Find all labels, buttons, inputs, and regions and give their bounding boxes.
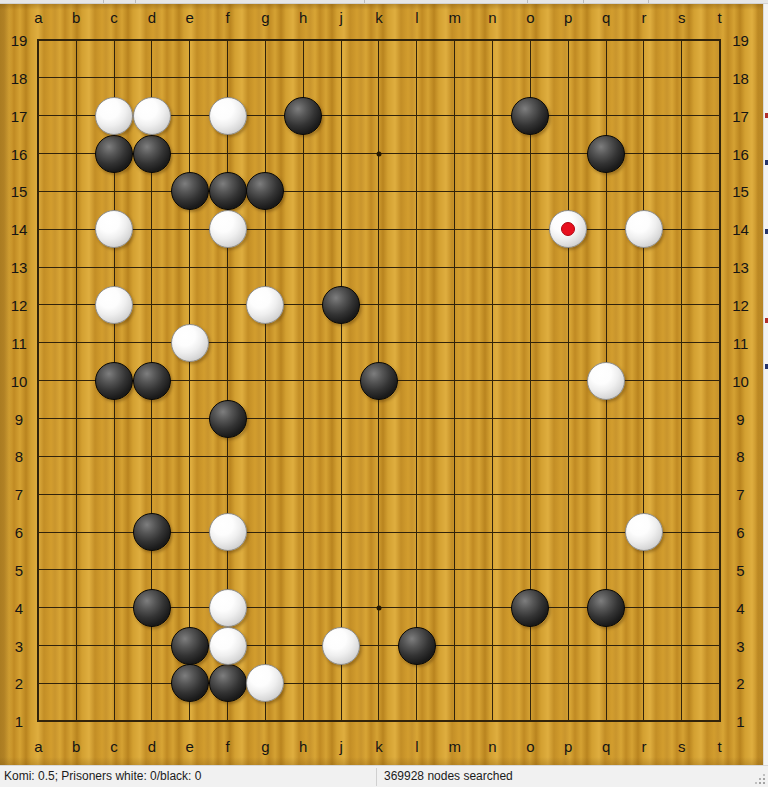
resize-grip[interactable] (755, 774, 765, 784)
column-label-bottom: a (34, 738, 42, 753)
grid-line-horizontal (37, 645, 720, 646)
row-label-right: 15 (732, 184, 749, 199)
grid-line-vertical (492, 39, 493, 722)
black-stone[interactable] (398, 627, 436, 665)
toolbar-edge-tick (527, 0, 528, 3)
black-stone[interactable] (360, 362, 398, 400)
row-label-right: 18 (732, 70, 749, 85)
star-point (376, 151, 381, 156)
row-label-right: 9 (736, 411, 744, 426)
white-stone[interactable] (209, 97, 247, 135)
column-label-top: j (339, 10, 342, 25)
row-label-right: 7 (736, 487, 744, 502)
row-label-right: 4 (736, 600, 744, 615)
column-label-bottom: d (148, 738, 156, 753)
black-stone[interactable] (133, 135, 171, 173)
row-label-right: 12 (732, 297, 749, 312)
grid-line-vertical (454, 39, 455, 722)
column-label-bottom: e (186, 738, 194, 753)
status-nodes-searched: 369928 nodes searched (384, 766, 513, 787)
star-point (376, 605, 381, 610)
row-label-right: 14 (732, 222, 749, 237)
white-stone[interactable] (209, 210, 247, 248)
white-stone[interactable] (209, 589, 247, 627)
black-stone[interactable] (133, 589, 171, 627)
white-stone[interactable] (246, 664, 284, 702)
column-label-bottom: c (110, 738, 118, 753)
column-label-bottom: b (72, 738, 80, 753)
row-label-right: 6 (736, 525, 744, 540)
row-label-left: 16 (11, 146, 28, 161)
row-label-left: 15 (11, 184, 28, 199)
row-label-left: 3 (15, 638, 23, 653)
row-label-right: 13 (732, 260, 749, 275)
column-label-bottom: t (718, 738, 722, 753)
row-label-left: 8 (15, 449, 23, 464)
column-label-top: a (34, 10, 42, 25)
column-label-top: h (299, 10, 307, 25)
row-label-left: 5 (15, 562, 23, 577)
column-label-top: n (488, 10, 496, 25)
toolbar-edge-tick (648, 0, 649, 3)
column-label-top: c (110, 10, 118, 25)
column-label-top: f (225, 10, 229, 25)
grid-line-horizontal (37, 683, 720, 684)
column-label-bottom: s (678, 738, 686, 753)
white-stone[interactable] (625, 210, 663, 248)
column-label-bottom: q (602, 738, 610, 753)
white-stone[interactable] (209, 513, 247, 551)
column-label-bottom: o (526, 738, 534, 753)
column-label-top: p (564, 10, 572, 25)
row-label-left: 7 (15, 487, 23, 502)
column-label-bottom: m (448, 738, 461, 753)
row-label-right: 1 (736, 714, 744, 729)
grid-line-horizontal (37, 418, 720, 419)
toolbar-bottom-edge (0, 0, 768, 4)
white-stone[interactable] (625, 513, 663, 551)
row-label-left: 19 (11, 33, 28, 48)
black-stone[interactable] (322, 286, 360, 324)
grid-line-horizontal (37, 720, 720, 722)
status-panel-separator (376, 768, 377, 786)
white-stone[interactable] (209, 627, 247, 665)
status-komi-prisoners: Komi: 0.5; Prisoners white: 0/black: 0 (4, 766, 201, 787)
row-label-left: 10 (11, 373, 28, 388)
toolbar-edge-tick (583, 0, 584, 3)
toolbar-edge-tick (135, 0, 136, 3)
column-label-bottom: n (488, 738, 496, 753)
last-move-marker (561, 222, 575, 236)
row-label-right: 17 (732, 108, 749, 123)
toolbar-edge-tick (103, 0, 104, 3)
grid-line-horizontal (37, 569, 720, 570)
column-label-top: l (415, 10, 418, 25)
background-window-sliver (763, 0, 768, 765)
row-label-left: 14 (11, 222, 28, 237)
black-stone[interactable] (209, 172, 247, 210)
black-stone[interactable] (95, 135, 133, 173)
column-label-top: g (261, 10, 269, 25)
black-stone[interactable] (209, 664, 247, 702)
white-stone[interactable] (133, 97, 171, 135)
row-label-left: 11 (11, 335, 27, 350)
grid-line-vertical (568, 39, 569, 722)
row-label-left: 2 (15, 676, 23, 691)
row-label-right: 3 (736, 638, 744, 653)
column-label-top: r (641, 10, 646, 25)
column-label-top: s (678, 10, 686, 25)
row-label-left: 12 (11, 297, 28, 312)
column-label-bottom: p (564, 738, 572, 753)
grid-line-horizontal (37, 494, 720, 495)
row-label-left: 13 (11, 260, 28, 275)
white-stone[interactable] (95, 210, 133, 248)
column-label-top: k (375, 10, 383, 25)
row-label-left: 9 (15, 411, 23, 426)
row-label-left: 1 (15, 714, 23, 729)
status-bar: Komi: 0.5; Prisoners white: 0/black: 0 3… (0, 765, 768, 787)
white-stone[interactable] (171, 324, 209, 362)
black-stone[interactable] (171, 627, 209, 665)
column-label-bottom: r (641, 738, 646, 753)
column-label-bottom: j (339, 738, 342, 753)
grid-line-horizontal (37, 456, 720, 457)
row-label-right: 10 (732, 373, 749, 388)
row-label-right: 16 (732, 146, 749, 161)
black-stone[interactable] (587, 135, 625, 173)
column-label-bottom: h (299, 738, 307, 753)
row-label-left: 6 (15, 525, 23, 540)
column-label-top: o (526, 10, 534, 25)
row-label-left: 18 (11, 70, 28, 85)
white-stone[interactable] (587, 362, 625, 400)
column-label-top: b (72, 10, 80, 25)
row-label-right: 5 (736, 562, 744, 577)
grid-line-vertical (643, 39, 644, 722)
black-stone[interactable] (133, 513, 171, 551)
column-label-top: m (448, 10, 461, 25)
black-stone[interactable] (511, 97, 549, 135)
column-label-top: t (718, 10, 722, 25)
white-stone[interactable] (322, 627, 360, 665)
go-application-window: aabbccddeeffgghhjjkkllmmnnooppqqrrsstt19… (0, 0, 768, 787)
row-label-right: 11 (733, 335, 749, 350)
column-label-top: d (148, 10, 156, 25)
column-label-bottom: l (415, 738, 418, 753)
row-label-right: 2 (736, 676, 744, 691)
white-stone[interactable] (95, 97, 133, 135)
grid-line-vertical (416, 39, 417, 722)
row-label-right: 19 (732, 33, 749, 48)
column-label-bottom: g (261, 738, 269, 753)
black-stone[interactable] (246, 172, 284, 210)
column-label-top: e (186, 10, 194, 25)
grid-line-vertical (681, 39, 682, 722)
column-label-top: q (602, 10, 610, 25)
black-stone[interactable] (171, 172, 209, 210)
black-stone[interactable] (171, 664, 209, 702)
white-stone[interactable] (95, 286, 133, 324)
row-label-left: 4 (15, 600, 23, 615)
grid-line-vertical (719, 39, 721, 722)
black-stone[interactable] (587, 589, 625, 627)
column-label-bottom: f (225, 738, 229, 753)
toolbar-edge-tick (364, 0, 365, 3)
row-label-right: 8 (736, 449, 744, 464)
black-stone[interactable] (133, 362, 171, 400)
row-label-left: 17 (11, 108, 28, 123)
black-stone[interactable] (95, 362, 133, 400)
black-stone[interactable] (511, 589, 549, 627)
white-stone[interactable] (246, 286, 284, 324)
black-stone[interactable] (284, 97, 322, 135)
black-stone[interactable] (209, 400, 247, 438)
column-label-bottom: k (375, 738, 383, 753)
go-board[interactable]: aabbccddeeffgghhjjkkllmmnnooppqqrrsstt19… (0, 0, 763, 765)
